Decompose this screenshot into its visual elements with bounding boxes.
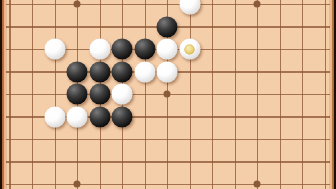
gomoku-app-screenshot xyxy=(0,0,336,189)
black-stone[interactable] xyxy=(67,84,88,105)
black-stone[interactable] xyxy=(67,61,88,82)
star-point xyxy=(254,1,261,8)
white-stone[interactable] xyxy=(44,39,65,60)
star-point xyxy=(254,181,261,188)
last-move-marker xyxy=(185,44,195,54)
black-stone[interactable] xyxy=(89,106,110,127)
star-point xyxy=(164,91,171,98)
black-stone[interactable] xyxy=(89,84,110,105)
white-stone[interactable] xyxy=(67,106,88,127)
black-stone[interactable] xyxy=(112,39,133,60)
star-point xyxy=(74,1,81,8)
white-stone[interactable] xyxy=(112,84,133,105)
white-stone[interactable] xyxy=(89,39,110,60)
white-stone[interactable] xyxy=(157,61,178,82)
white-stone[interactable] xyxy=(134,61,155,82)
board-frame-right xyxy=(329,0,336,189)
black-stone[interactable] xyxy=(134,39,155,60)
star-point xyxy=(74,181,81,188)
black-stone[interactable] xyxy=(112,61,133,82)
white-stone[interactable] xyxy=(157,39,178,60)
white-stone[interactable] xyxy=(44,106,65,127)
black-stone[interactable] xyxy=(89,61,110,82)
white-stone[interactable] xyxy=(179,39,200,60)
black-stone[interactable] xyxy=(112,106,133,127)
board-frame-left xyxy=(0,0,7,189)
black-stone[interactable] xyxy=(157,16,178,37)
